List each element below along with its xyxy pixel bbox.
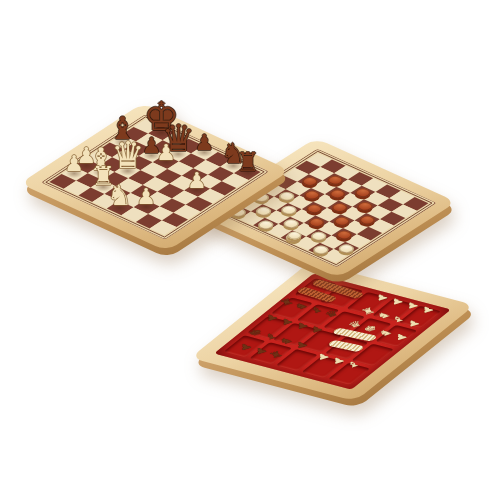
checkers-board xyxy=(235,116,419,300)
chess-piece-light-p: ♟ xyxy=(65,153,85,175)
chess-piece-light-p: ♟ xyxy=(156,142,176,164)
chess-board: ♚♝♛♟♟♟♟♞♛♝♟♜♜♟♞♟ xyxy=(59,81,251,273)
chess-piece-light-q: ♛ xyxy=(111,137,144,174)
chess-piece-dark-r: ♜ xyxy=(236,149,259,175)
chess-board-face: ♚♝♛♟♟♟♟♞♛♝♟♜♜♟♞♟ xyxy=(20,103,290,252)
chess-piece-light-p: ♟ xyxy=(137,186,157,208)
chess-piece-light-n: ♞ xyxy=(107,182,132,210)
chess-piece-dark-p: ♟ xyxy=(194,132,214,154)
chess-piece-light-p: ♟ xyxy=(187,169,207,191)
product-photo: ♜♞♝♛♟♟♟♟♚♝♞♟♟♟♜♟♟♟♟♜♞♝♟♛♚♞♟♟♟♝ ♚♝♛♟♟♟♟♞♛… xyxy=(0,0,500,500)
